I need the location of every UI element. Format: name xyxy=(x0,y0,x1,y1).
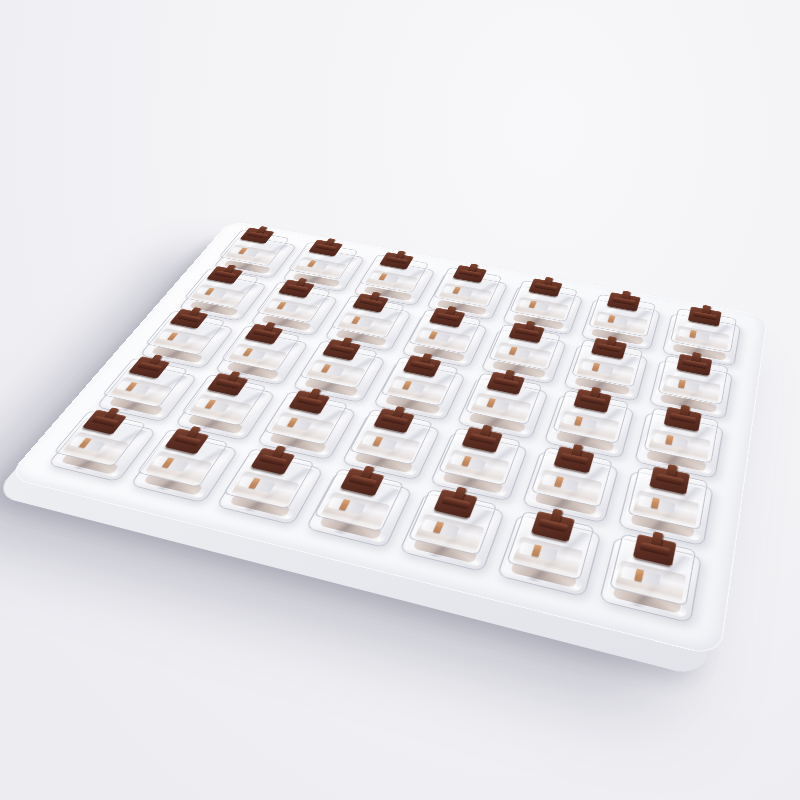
switch-r5c7 xyxy=(599,536,702,623)
photo-scene xyxy=(0,0,800,800)
switch-r5c6 xyxy=(497,514,602,597)
switch-r5c2 xyxy=(129,433,238,503)
switch-r5c5 xyxy=(399,493,505,573)
switch-r5c4 xyxy=(305,472,413,548)
switch-tray xyxy=(6,221,768,658)
switch-r5c3 xyxy=(216,452,325,525)
